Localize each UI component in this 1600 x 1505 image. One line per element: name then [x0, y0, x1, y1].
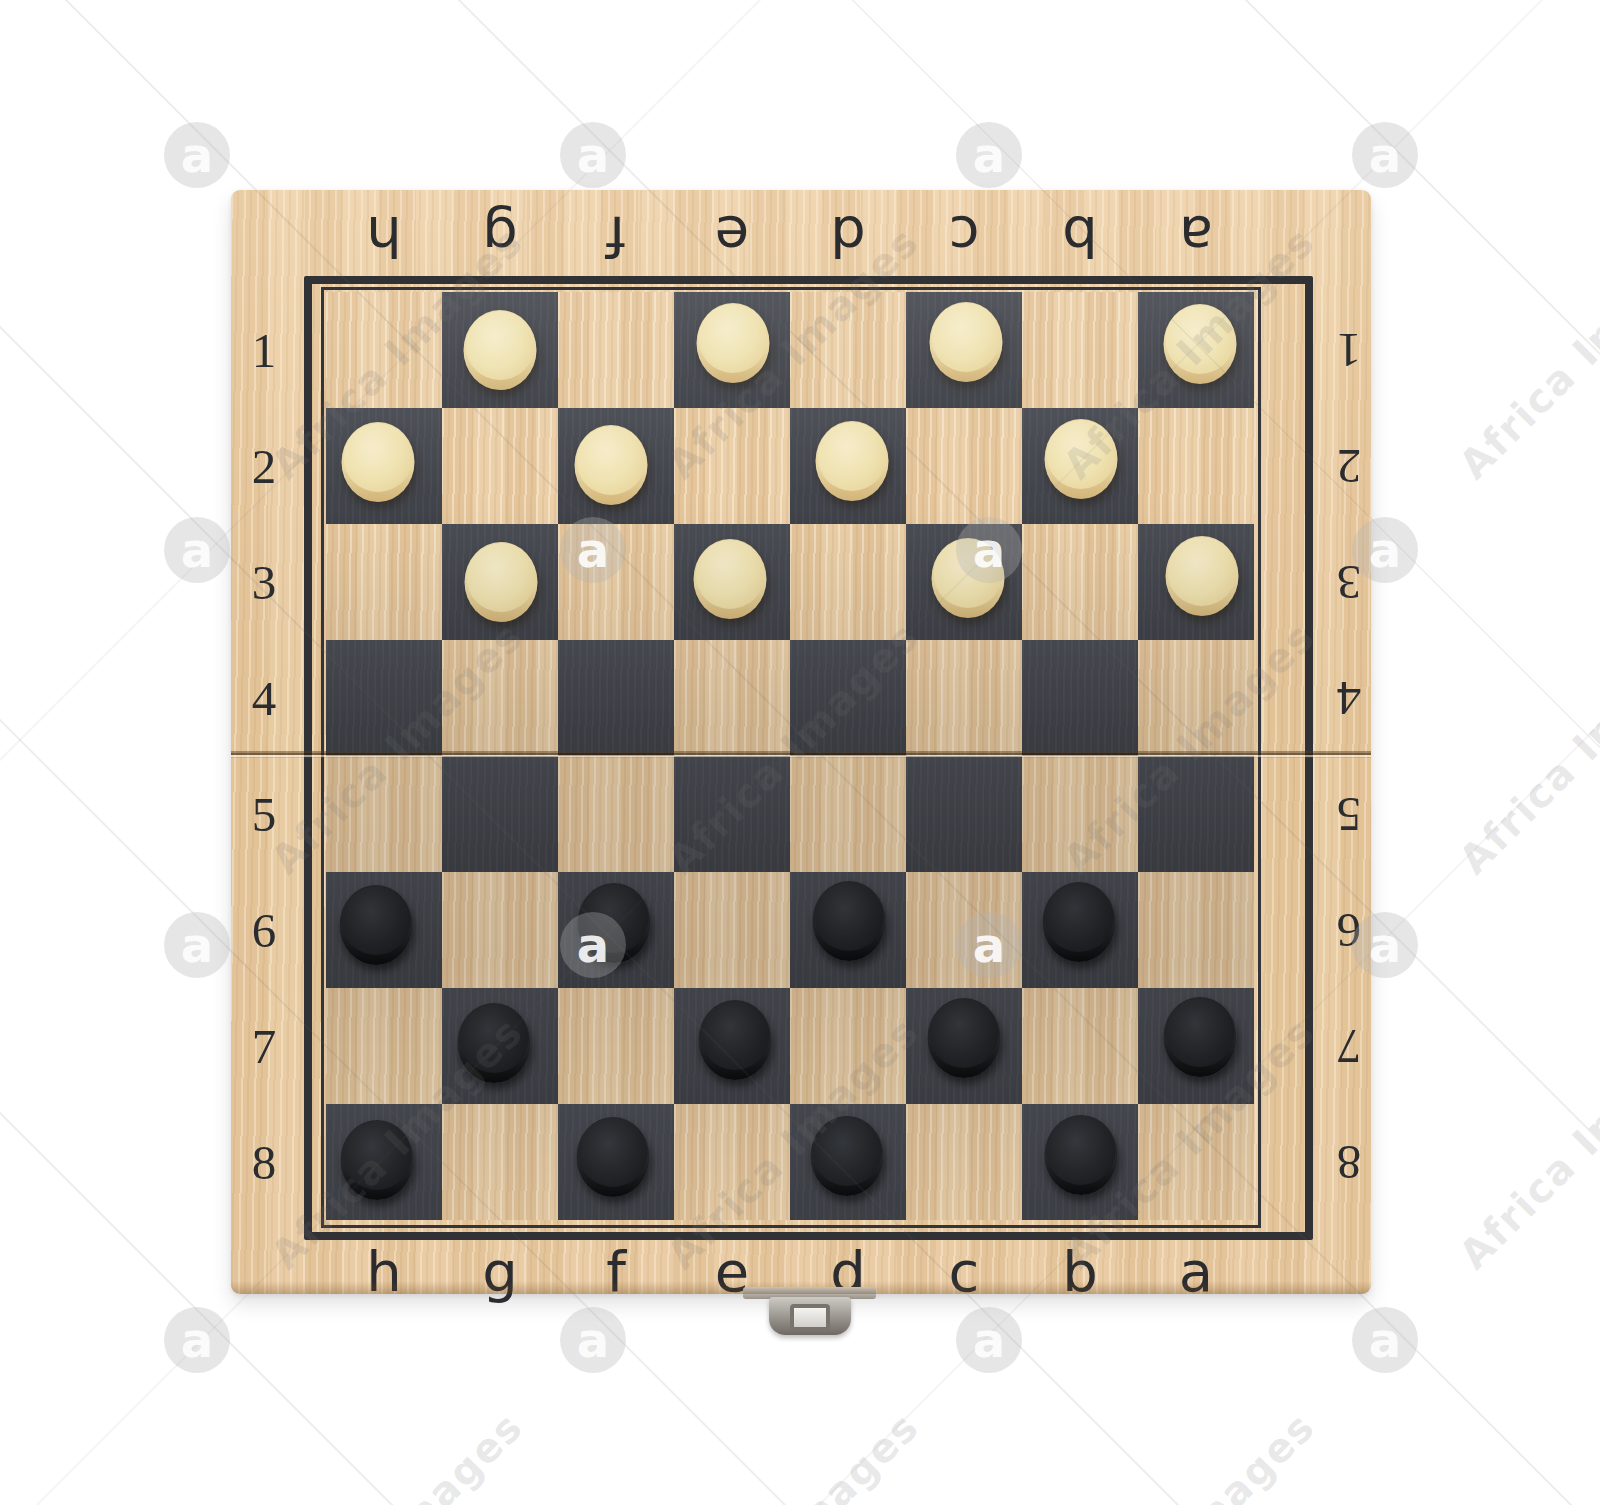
watermark-text: Africa Images — [1450, 1008, 1600, 1278]
checker-black-c7[interactable] — [928, 998, 1001, 1078]
rank-label-right-8: 8 — [1337, 1134, 1362, 1191]
checker-black-h6[interactable] — [340, 885, 413, 965]
rank-label-left-5: 5 — [252, 786, 277, 843]
checker-black-g7[interactable] — [458, 1003, 531, 1083]
rank-label-right-6: 6 — [1337, 902, 1362, 959]
file-label-top-g: g — [482, 204, 518, 269]
stock-photo-canvas: hgfedcbahgfedcba1234567812345678 aAfrica… — [0, 0, 1600, 1505]
watermark-logo-icon: a — [164, 1307, 230, 1373]
watermark-logo-icon: a — [164, 912, 230, 978]
file-label-bottom-h: h — [366, 1239, 402, 1304]
square-c2[interactable] — [906, 408, 1022, 524]
rank-label-left-7: 7 — [252, 1018, 277, 1075]
watermark-logo-icon: a — [1352, 1307, 1418, 1373]
square-d4[interactable] — [790, 640, 906, 756]
square-e6[interactable] — [674, 872, 790, 988]
square-f7[interactable] — [558, 988, 674, 1104]
checker-white-h2[interactable] — [342, 422, 415, 502]
checker-white-g3[interactable] — [465, 542, 538, 622]
square-h7[interactable] — [326, 988, 442, 1104]
square-b5[interactable] — [1022, 756, 1138, 872]
checker-black-f8[interactable] — [577, 1117, 650, 1197]
file-label-top-f: f — [606, 204, 626, 269]
square-d3[interactable] — [790, 524, 906, 640]
rank-label-right-3: 3 — [1337, 554, 1362, 611]
watermark-logo-icon: a — [1352, 122, 1418, 188]
watermark-text: Africa Images — [1450, 218, 1600, 488]
square-b7[interactable] — [1022, 988, 1138, 1104]
rank-label-right-1: 1 — [1337, 322, 1362, 379]
file-label-bottom-b: b — [1062, 1239, 1098, 1304]
checker-white-c3[interactable] — [932, 538, 1005, 618]
square-a6[interactable] — [1138, 872, 1254, 988]
watermark-text: Africa Images — [658, 1403, 928, 1505]
square-h5[interactable] — [326, 756, 442, 872]
checker-white-d2[interactable] — [816, 421, 889, 501]
square-f4[interactable] — [558, 640, 674, 756]
square-c6[interactable] — [906, 872, 1022, 988]
square-g8[interactable] — [442, 1104, 558, 1220]
clasp-slot — [790, 1304, 830, 1331]
file-label-top-c: c — [949, 204, 980, 269]
file-label-top-h: h — [366, 204, 402, 269]
square-a5[interactable] — [1138, 756, 1254, 872]
file-label-top-e: e — [715, 204, 749, 269]
square-f3[interactable] — [558, 524, 674, 640]
checker-black-e7[interactable] — [699, 1000, 772, 1080]
rank-label-left-4: 4 — [252, 670, 277, 727]
watermark-logo-icon: a — [164, 517, 230, 583]
rank-label-right-2: 2 — [1337, 438, 1362, 495]
checker-black-f6[interactable] — [578, 883, 651, 963]
file-label-top-b: b — [1062, 204, 1098, 269]
watermark-text: Africa Images — [1054, 1403, 1324, 1505]
square-g4[interactable] — [442, 640, 558, 756]
square-d7[interactable] — [790, 988, 906, 1104]
checker-white-e3[interactable] — [694, 539, 767, 619]
square-a4[interactable] — [1138, 640, 1254, 756]
watermark-text: Africa Images — [262, 1403, 532, 1505]
square-b3[interactable] — [1022, 524, 1138, 640]
square-h4[interactable] — [326, 640, 442, 756]
file-label-bottom-c: c — [949, 1239, 980, 1304]
square-f5[interactable] — [558, 756, 674, 872]
rank-label-left-3: 3 — [252, 554, 277, 611]
file-label-bottom-a: a — [1179, 1239, 1213, 1304]
clasp-latch — [769, 1297, 851, 1335]
checker-black-b6[interactable] — [1043, 882, 1116, 962]
watermark-logo-icon: a — [164, 122, 230, 188]
board-grid — [326, 292, 1254, 1220]
square-e2[interactable] — [674, 408, 790, 524]
file-label-top-d: d — [830, 204, 866, 269]
checkers-board: hgfedcbahgfedcba1234567812345678 — [231, 190, 1371, 1294]
square-e8[interactable] — [674, 1104, 790, 1220]
checker-white-f2[interactable] — [575, 425, 648, 505]
square-c4[interactable] — [906, 640, 1022, 756]
checker-white-c1[interactable] — [930, 302, 1003, 382]
square-g5[interactable] — [442, 756, 558, 872]
file-label-bottom-f: f — [606, 1239, 626, 1304]
square-d1[interactable] — [790, 292, 906, 408]
square-a2[interactable] — [1138, 408, 1254, 524]
square-d5[interactable] — [790, 756, 906, 872]
watermark-text: Africa Images — [1450, 613, 1600, 883]
square-b4[interactable] — [1022, 640, 1138, 756]
square-f1[interactable] — [558, 292, 674, 408]
square-c8[interactable] — [906, 1104, 1022, 1220]
square-h3[interactable] — [326, 524, 442, 640]
checker-white-e1[interactable] — [697, 303, 770, 383]
rank-label-left-2: 2 — [252, 438, 277, 495]
square-a8[interactable] — [1138, 1104, 1254, 1220]
square-g2[interactable] — [442, 408, 558, 524]
rank-label-right-5: 5 — [1337, 786, 1362, 843]
watermark-logo-icon: a — [956, 1307, 1022, 1373]
square-g6[interactable] — [442, 872, 558, 988]
file-label-bottom-g: g — [482, 1239, 518, 1304]
square-h1[interactable] — [326, 292, 442, 408]
rank-label-left-8: 8 — [252, 1134, 277, 1191]
checker-black-d8[interactable] — [811, 1116, 884, 1196]
checker-black-b8[interactable] — [1045, 1115, 1118, 1195]
rank-label-right-7: 7 — [1337, 1018, 1362, 1075]
watermark-logo-icon: a — [956, 122, 1022, 188]
watermark-logo-icon: a — [560, 1307, 626, 1373]
checker-black-d6[interactable] — [813, 881, 886, 961]
square-c5[interactable] — [906, 756, 1022, 872]
rank-label-left-1: 1 — [252, 322, 277, 379]
checker-black-h8[interactable] — [341, 1120, 414, 1200]
watermark-logo-icon: a — [560, 122, 626, 188]
square-e4[interactable] — [674, 640, 790, 756]
square-e5[interactable] — [674, 756, 790, 872]
checker-white-b2[interactable] — [1045, 419, 1118, 499]
checker-white-a1[interactable] — [1164, 304, 1237, 384]
file-label-top-a: a — [1179, 204, 1213, 269]
checker-white-g1[interactable] — [464, 310, 537, 390]
rank-label-right-4: 4 — [1337, 670, 1362, 727]
checker-white-a3[interactable] — [1166, 536, 1239, 616]
watermark-text: Africa Images — [1450, 1403, 1600, 1505]
rank-label-left-6: 6 — [252, 902, 277, 959]
metal-clasp — [743, 1287, 876, 1335]
checker-black-a7[interactable] — [1164, 997, 1237, 1077]
square-b1[interactable] — [1022, 292, 1138, 408]
